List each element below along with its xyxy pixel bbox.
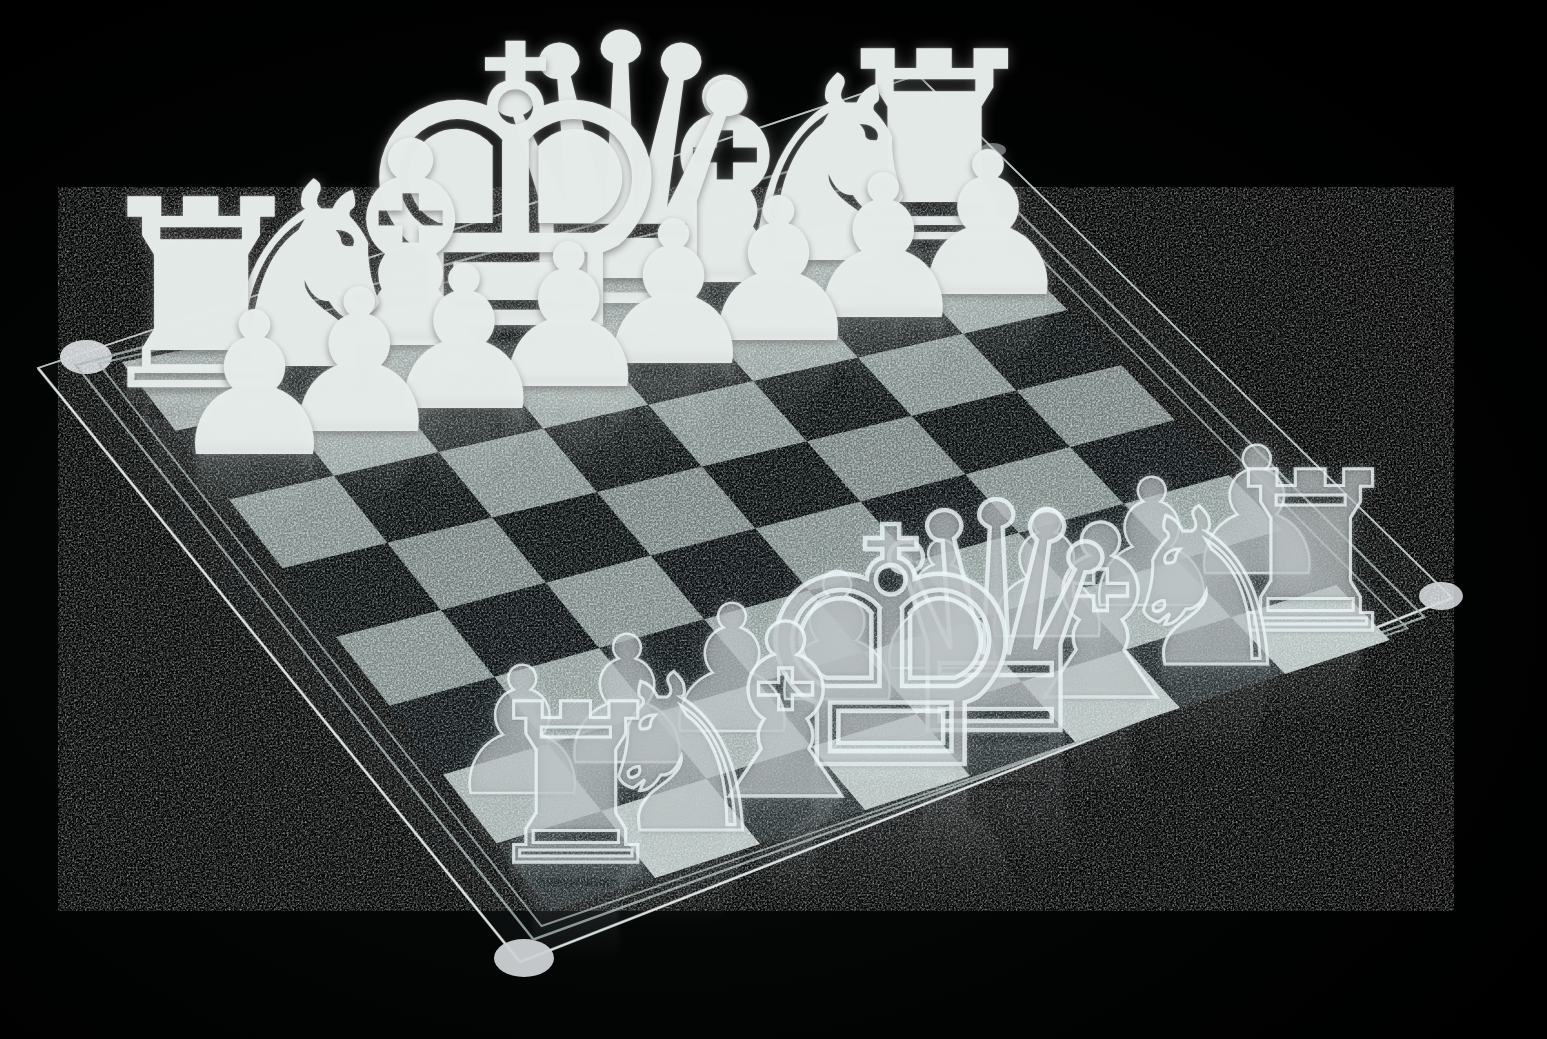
piece-glyph: ♜	[804, 18, 1066, 280]
piece-frosted-black-pawn-c7: ♟♟	[365, 241, 564, 440]
piece-reflection: ♟	[539, 732, 715, 908]
piece-frosted-black-rook-h8: ♜♜	[804, 18, 1066, 280]
piece-frosted-black-rook-a8: ♜♜	[70, 166, 332, 428]
piece-reflection: ♛	[433, 238, 807, 612]
piece-glyph: ♟	[784, 150, 983, 349]
piece-frosted-black-knight-b8: ♞♞	[177, 149, 434, 406]
piece-glyph: ♚	[321, 0, 710, 385]
piece-reflection: ♞	[177, 321, 434, 578]
piece-glyph: ♞	[177, 149, 434, 406]
piece-reflection: ♞	[1097, 625, 1314, 842]
piece-reflection: ♟	[679, 306, 878, 505]
piece-reflection: ♟	[784, 283, 983, 482]
piece-clear-white-pawn-h2: ♟♟	[1169, 425, 1345, 601]
piece-reflection: ♞	[572, 791, 789, 1008]
piece-clear-white-pawn-b2: ♟♟	[539, 614, 715, 790]
piece-glyph: ♟	[539, 614, 715, 790]
piece-frosted-black-bishop-f8: ♝♝	[583, 42, 867, 326]
piece-frosted-black-pawn-b7: ♟♟	[260, 264, 459, 463]
piece-reflection: ♟	[260, 397, 459, 596]
piece-frosted-black-pawn-d7: ♟♟	[470, 219, 669, 418]
piece-clear-white-rook-h1: ♜♜	[1200, 443, 1421, 664]
piece-glyph: ♜	[70, 166, 332, 428]
piece-glyph: ♟	[644, 583, 820, 759]
piece-reflection: ♚	[321, 256, 710, 645]
piece-reflection: ♝	[583, 232, 867, 516]
glass-chess-set-photo: ♜♜♞♞♝♝♚♚♛♛♝♝♞♞♜♜♟♟♟♟♟♟♟♟♟♟♟♟♟♟♟♟♟♟♟♟♟♟♟♟…	[0, 0, 1547, 1039]
piece-reflection: ♟	[889, 260, 1088, 459]
piece-reflection: ♝	[666, 754, 906, 994]
piece-reflection: ♟	[1064, 575, 1240, 751]
piece-glyph: ♞	[572, 646, 789, 863]
piece-glyph: ♟	[679, 173, 878, 372]
piece-glyph: ♟	[155, 287, 354, 486]
piece-glyph: ♜	[1200, 443, 1421, 664]
piece-frosted-black-king-d8: ♚♚	[321, 0, 710, 385]
piece-glyph: ♟	[575, 196, 774, 395]
piece-reflection: ♚	[726, 706, 1055, 1035]
piece-frosted-black-pawn-h7: ♟♟	[889, 127, 1088, 326]
piece-glyph: ♟	[1169, 425, 1345, 601]
piece-frosted-black-pawn-g7: ♟♟	[784, 150, 983, 349]
piece-clear-white-king-d1: ♚♚	[726, 486, 1055, 815]
piece-clear-white-pawn-e2: ♟♟	[854, 520, 1030, 696]
piece-glyph: ♞	[1097, 480, 1314, 697]
piece-reflection: ♜	[804, 194, 1066, 456]
piece-clear-white-rook-a1: ♜♜	[465, 675, 686, 896]
piece-glyph: ♟	[260, 264, 459, 463]
piece-clear-white-pawn-g2: ♟♟	[1064, 457, 1240, 633]
piece-frosted-black-queen-e8: ♛♛	[433, 0, 807, 361]
piece-reflection: ♜	[1200, 591, 1421, 812]
piece-glyph: ♟	[365, 241, 564, 440]
piece-reflection: ♜	[465, 823, 686, 1039]
piece-clear-white-pawn-d2: ♟♟	[749, 551, 925, 727]
piece-glyph: ♜	[465, 675, 686, 896]
piece-glyph: ♝	[981, 494, 1221, 734]
piece-reflection: ♟	[1169, 543, 1345, 719]
piece-glyph: ♝	[269, 105, 553, 389]
piece-reflection: ♝	[269, 295, 553, 579]
piece-glyph: ♚	[726, 486, 1055, 815]
piece-frosted-black-pawn-f7: ♟♟	[679, 173, 878, 372]
piece-reflection: ♟	[434, 763, 610, 939]
piece-reflection: ♟	[155, 420, 354, 619]
piece-glyph: ♛	[433, 0, 807, 361]
piece-clear-white-knight-b1: ♞♞	[572, 646, 789, 863]
piece-glyph: ♟	[434, 645, 610, 821]
piece-glyph: ♛	[838, 463, 1154, 779]
piece-reflection: ♟	[854, 638, 1030, 814]
pieces-layer: ♜♜♞♞♝♝♚♚♛♛♝♝♞♞♜♜♟♟♟♟♟♟♟♟♟♟♟♟♟♟♟♟♟♟♟♟♟♟♟♟…	[0, 0, 1547, 1039]
piece-frosted-black-pawn-e7: ♟♟	[575, 196, 774, 395]
piece-glyph: ♝	[666, 593, 906, 833]
piece-glyph: ♟	[470, 219, 669, 418]
piece-glyph: ♞	[701, 43, 958, 300]
piece-frosted-black-pawn-a7: ♟♟	[155, 287, 354, 486]
piece-clear-white-bishop-f1: ♝♝	[981, 494, 1221, 734]
piece-glyph: ♟	[1064, 457, 1240, 633]
piece-reflection: ♟	[749, 669, 925, 845]
piece-glyph: ♟	[854, 520, 1030, 696]
piece-reflection: ♜	[70, 341, 332, 603]
piece-reflection: ♟	[644, 700, 820, 876]
piece-glyph: ♟	[889, 127, 1088, 326]
piece-reflection: ♟	[959, 606, 1135, 782]
piece-reflection: ♝	[981, 654, 1221, 894]
piece-reflection: ♛	[838, 675, 1154, 991]
piece-clear-white-pawn-a2: ♟♟	[434, 645, 610, 821]
piece-reflection: ♞	[701, 215, 958, 472]
piece-reflection: ♟	[470, 351, 669, 550]
piece-clear-white-pawn-f2: ♟♟	[959, 488, 1135, 664]
piece-glyph: ♟	[959, 488, 1135, 664]
piece-frosted-black-knight-g8: ♞♞	[701, 43, 958, 300]
piece-glyph: ♝	[583, 42, 867, 326]
piece-frosted-black-bishop-c8: ♝♝	[269, 105, 553, 389]
piece-clear-white-pawn-c2: ♟♟	[644, 583, 820, 759]
piece-glyph: ♟	[749, 551, 925, 727]
piece-reflection: ♟	[365, 374, 564, 573]
piece-clear-white-bishop-c1: ♝♝	[666, 593, 906, 833]
piece-clear-white-queen-e1: ♛♛	[838, 463, 1154, 779]
piece-clear-white-knight-g1: ♞♞	[1097, 480, 1314, 697]
piece-reflection: ♟	[575, 329, 774, 528]
